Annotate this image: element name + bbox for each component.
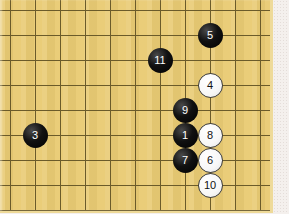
intersection-c10-r6[interactable] [223, 123, 248, 148]
intersection-c4-r9[interactable] [73, 198, 98, 215]
intersection-c4-r1[interactable] [73, 0, 98, 23]
intersection-c5-r5[interactable] [98, 98, 123, 123]
intersection-c1-r4[interactable] [0, 73, 23, 98]
stone-white-10: 10 [198, 173, 223, 198]
go-board[interactable]: 511493187610 [0, 0, 273, 213]
intersection-c1-r7[interactable] [0, 148, 23, 173]
stone-black-3: 3 [23, 123, 48, 148]
intersection-c11-r1[interactable] [248, 0, 273, 23]
intersection-c1-r8[interactable] [0, 173, 23, 198]
intersection-c1-r3[interactable] [0, 48, 23, 73]
intersection-c4-r7[interactable] [73, 148, 98, 173]
intersection-c3-r6[interactable] [48, 123, 73, 148]
intersection-c6-r6[interactable] [123, 123, 148, 148]
intersection-c3-r5[interactable] [48, 98, 73, 123]
intersection-c2-r3[interactable] [23, 48, 48, 73]
intersection-c2-r2[interactable] [23, 23, 48, 48]
intersection-c6-r5[interactable] [123, 98, 148, 123]
intersection-c5-r8[interactable] [98, 173, 123, 198]
intersection-c1-r5[interactable] [0, 98, 23, 123]
intersection-c11-r9[interactable] [248, 198, 273, 215]
intersection-c2-r6[interactable]: 3 [23, 123, 48, 148]
intersection-c9-r5[interactable] [198, 98, 223, 123]
intersection-c6-r4[interactable] [123, 73, 148, 98]
intersection-c3-r4[interactable] [48, 73, 73, 98]
intersection-c4-r4[interactable] [73, 73, 98, 98]
intersection-c1-r2[interactable] [0, 23, 23, 48]
intersection-c10-r5[interactable] [223, 98, 248, 123]
intersection-c7-r6[interactable] [148, 123, 173, 148]
intersection-c9-r1[interactable] [198, 0, 223, 23]
intersection-c8-r8[interactable] [173, 173, 198, 198]
stone-black-5: 5 [198, 23, 223, 48]
intersection-c4-r8[interactable] [73, 173, 98, 198]
intersection-c9-r7[interactable]: 6 [198, 148, 223, 173]
stone-black-11: 11 [148, 48, 173, 73]
intersection-c11-r6[interactable] [248, 123, 273, 148]
intersection-c6-r3[interactable] [123, 48, 148, 73]
intersection-c9-r8[interactable]: 10 [198, 173, 223, 198]
intersection-c11-r4[interactable] [248, 73, 273, 98]
intersection-c3-r7[interactable] [48, 148, 73, 173]
intersection-c5-r9[interactable] [98, 198, 123, 215]
intersection-c8-r6[interactable]: 1 [173, 123, 198, 148]
intersection-c10-r9[interactable] [223, 198, 248, 215]
intersection-c9-r4[interactable]: 4 [198, 73, 223, 98]
intersection-c8-r2[interactable] [173, 23, 198, 48]
intersection-c6-r1[interactable] [123, 0, 148, 23]
intersection-c8-r9[interactable] [173, 198, 198, 215]
intersection-c1-r9[interactable] [0, 198, 23, 215]
intersection-c8-r3[interactable] [173, 48, 198, 73]
intersection-c4-r6[interactable] [73, 123, 98, 148]
intersection-c7-r4[interactable] [148, 73, 173, 98]
intersection-c9-r3[interactable] [198, 48, 223, 73]
intersection-c5-r2[interactable] [98, 23, 123, 48]
screenshot-root: 511493187610 [0, 0, 289, 214]
intersection-c10-r8[interactable] [223, 173, 248, 198]
intersection-c2-r4[interactable] [23, 73, 48, 98]
intersection-c2-r9[interactable] [23, 198, 48, 215]
intersection-c11-r5[interactable] [248, 98, 273, 123]
stone-black-1: 1 [173, 123, 198, 148]
intersection-c4-r5[interactable] [73, 98, 98, 123]
intersection-c5-r4[interactable] [98, 73, 123, 98]
intersection-c8-r1[interactable] [173, 0, 198, 23]
intersection-c4-r2[interactable] [73, 23, 98, 48]
intersection-c7-r5[interactable] [148, 98, 173, 123]
intersection-c5-r3[interactable] [98, 48, 123, 73]
intersection-c11-r2[interactable] [248, 23, 273, 48]
stone-black-9: 9 [173, 98, 198, 123]
intersection-c10-r3[interactable] [223, 48, 248, 73]
intersection-c8-r4[interactable] [173, 73, 198, 98]
board-grid: 511493187610 [0, 0, 273, 214]
intersection-c3-r8[interactable] [48, 173, 73, 198]
intersection-c8-r5[interactable]: 9 [173, 98, 198, 123]
intersection-c2-r1[interactable] [23, 0, 48, 23]
intersection-c2-r7[interactable] [23, 148, 48, 173]
intersection-c5-r7[interactable] [98, 148, 123, 173]
stone-white-6: 6 [198, 148, 223, 173]
intersection-c9-r2[interactable]: 5 [198, 23, 223, 48]
intersection-c10-r7[interactable] [223, 148, 248, 173]
intersection-c5-r1[interactable] [98, 0, 123, 23]
intersection-c3-r3[interactable] [48, 48, 73, 73]
intersection-c6-r9[interactable] [123, 198, 148, 215]
intersection-c7-r8[interactable] [148, 173, 173, 198]
intersection-c1-r6[interactable] [0, 123, 23, 148]
intersection-c10-r4[interactable] [223, 73, 248, 98]
intersection-c3-r1[interactable] [48, 0, 73, 23]
intersection-c5-r6[interactable] [98, 123, 123, 148]
intersection-c4-r3[interactable] [73, 48, 98, 73]
intersection-c6-r8[interactable] [123, 173, 148, 198]
intersection-c1-r1[interactable] [0, 0, 23, 23]
stone-white-8: 8 [198, 123, 223, 148]
intersection-c7-r2[interactable] [148, 23, 173, 48]
stone-black-7: 7 [173, 148, 198, 173]
intersection-c11-r3[interactable] [248, 48, 273, 73]
intersection-c7-r1[interactable] [148, 0, 173, 23]
intersection-c6-r7[interactable] [123, 148, 148, 173]
intersection-c3-r9[interactable] [48, 198, 73, 215]
intersection-c10-r1[interactable] [223, 0, 248, 23]
stone-white-4: 4 [198, 73, 223, 98]
intersection-c3-r2[interactable] [48, 23, 73, 48]
intersection-c7-r7[interactable] [148, 148, 173, 173]
intersection-c10-r2[interactable] [223, 23, 248, 48]
intersection-c2-r8[interactable] [23, 173, 48, 198]
intersection-c7-r3[interactable]: 11 [148, 48, 173, 73]
intersection-c2-r5[interactable] [23, 98, 48, 123]
intersection-c8-r7[interactable]: 7 [173, 148, 198, 173]
intersection-c7-r9[interactable] [148, 198, 173, 215]
intersection-c11-r7[interactable] [248, 148, 273, 173]
intersection-c9-r6[interactable]: 8 [198, 123, 223, 148]
intersection-c6-r2[interactable] [123, 23, 148, 48]
intersection-c11-r8[interactable] [248, 173, 273, 198]
intersection-c9-r9[interactable] [198, 198, 223, 215]
